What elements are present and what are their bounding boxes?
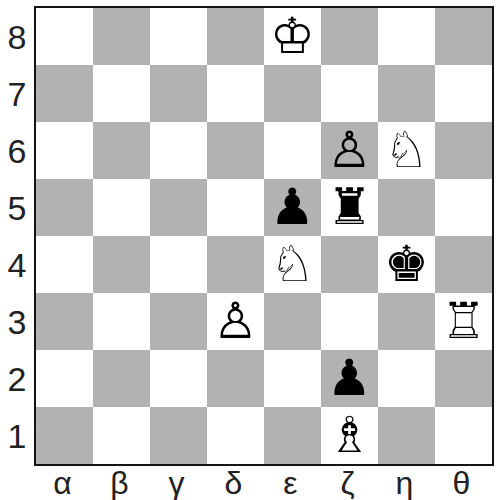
file-label-ζ: ζ [319, 464, 376, 500]
chess-diagram: 87654321 ♔♙♘♟♜♘♚♙♖♟♗ αβγδεζηθ [0, 0, 500, 500]
rank-labels: 87654321 [0, 8, 34, 464]
black-king: ♚ [384, 236, 429, 293]
square-γ2[interactable] [150, 350, 207, 407]
square-θ3[interactable]: ♖ [435, 293, 492, 350]
file-label-θ: θ [433, 464, 490, 500]
square-γ4[interactable] [150, 236, 207, 293]
rank-label-5: 5 [0, 179, 34, 236]
square-γ5[interactable] [150, 179, 207, 236]
file-label-β: β [91, 464, 148, 500]
square-θ2[interactable] [435, 350, 492, 407]
square-β2[interactable] [93, 350, 150, 407]
square-θ4[interactable] [435, 236, 492, 293]
square-β1[interactable] [93, 407, 150, 464]
square-γ6[interactable] [150, 122, 207, 179]
square-ε4[interactable]: ♘ [264, 236, 321, 293]
white-pawn: ♙ [327, 122, 372, 179]
square-η1[interactable] [378, 407, 435, 464]
square-ζ5[interactable]: ♜ [321, 179, 378, 236]
square-β5[interactable] [93, 179, 150, 236]
rank-label-7: 7 [0, 65, 34, 122]
square-ζ7[interactable] [321, 65, 378, 122]
square-ε5[interactable]: ♟ [264, 179, 321, 236]
file-label-η: η [376, 464, 433, 500]
chess-board: ♔♙♘♟♜♘♚♙♖♟♗ [34, 6, 494, 466]
rank-label-2: 2 [0, 350, 34, 407]
square-β3[interactable] [93, 293, 150, 350]
square-η7[interactable] [378, 65, 435, 122]
square-α8[interactable] [36, 8, 93, 65]
square-δ4[interactable] [207, 236, 264, 293]
square-β6[interactable] [93, 122, 150, 179]
square-θ8[interactable] [435, 8, 492, 65]
square-δ7[interactable] [207, 65, 264, 122]
file-label-γ: γ [148, 464, 205, 500]
square-β7[interactable] [93, 65, 150, 122]
square-δ8[interactable] [207, 8, 264, 65]
rank-label-8: 8 [0, 8, 34, 65]
square-ζ8[interactable] [321, 8, 378, 65]
square-α2[interactable] [36, 350, 93, 407]
square-γ8[interactable] [150, 8, 207, 65]
square-δ3[interactable]: ♙ [207, 293, 264, 350]
square-α7[interactable] [36, 65, 93, 122]
rank-label-4: 4 [0, 236, 34, 293]
square-ζ3[interactable] [321, 293, 378, 350]
white-bishop: ♗ [327, 407, 372, 464]
square-η2[interactable] [378, 350, 435, 407]
square-ζ4[interactable] [321, 236, 378, 293]
square-γ3[interactable] [150, 293, 207, 350]
square-ε6[interactable] [264, 122, 321, 179]
square-δ6[interactable] [207, 122, 264, 179]
black-pawn: ♟ [270, 179, 315, 236]
file-labels: αβγδεζηθ [34, 464, 490, 500]
square-ε8[interactable]: ♔ [264, 8, 321, 65]
rank-label-6: 6 [0, 122, 34, 179]
white-knight: ♘ [270, 236, 315, 293]
square-η5[interactable] [378, 179, 435, 236]
square-ε2[interactable] [264, 350, 321, 407]
white-pawn: ♙ [213, 293, 258, 350]
rank-label-1: 1 [0, 407, 34, 464]
square-θ5[interactable] [435, 179, 492, 236]
white-knight: ♘ [384, 122, 429, 179]
rank-label-3: 3 [0, 293, 34, 350]
square-γ1[interactable] [150, 407, 207, 464]
square-η8[interactable] [378, 8, 435, 65]
square-η3[interactable] [378, 293, 435, 350]
square-ζ2[interactable]: ♟ [321, 350, 378, 407]
square-α1[interactable] [36, 407, 93, 464]
file-label-δ: δ [205, 464, 262, 500]
square-γ7[interactable] [150, 65, 207, 122]
square-η6[interactable]: ♘ [378, 122, 435, 179]
square-δ2[interactable] [207, 350, 264, 407]
file-label-α: α [34, 464, 91, 500]
square-η4[interactable]: ♚ [378, 236, 435, 293]
white-rook: ♖ [441, 293, 486, 350]
square-ε3[interactable] [264, 293, 321, 350]
square-ε7[interactable] [264, 65, 321, 122]
square-θ6[interactable] [435, 122, 492, 179]
file-label-ε: ε [262, 464, 319, 500]
square-δ1[interactable] [207, 407, 264, 464]
square-α3[interactable] [36, 293, 93, 350]
square-ε1[interactable] [264, 407, 321, 464]
square-β8[interactable] [93, 8, 150, 65]
square-θ7[interactable] [435, 65, 492, 122]
white-king: ♔ [270, 8, 315, 65]
square-β4[interactable] [93, 236, 150, 293]
square-α5[interactable] [36, 179, 93, 236]
square-ζ6[interactable]: ♙ [321, 122, 378, 179]
square-α6[interactable] [36, 122, 93, 179]
black-pawn: ♟ [327, 350, 372, 407]
square-δ5[interactable] [207, 179, 264, 236]
square-θ1[interactable] [435, 407, 492, 464]
black-rook: ♜ [327, 179, 372, 236]
square-α4[interactable] [36, 236, 93, 293]
square-ζ1[interactable]: ♗ [321, 407, 378, 464]
